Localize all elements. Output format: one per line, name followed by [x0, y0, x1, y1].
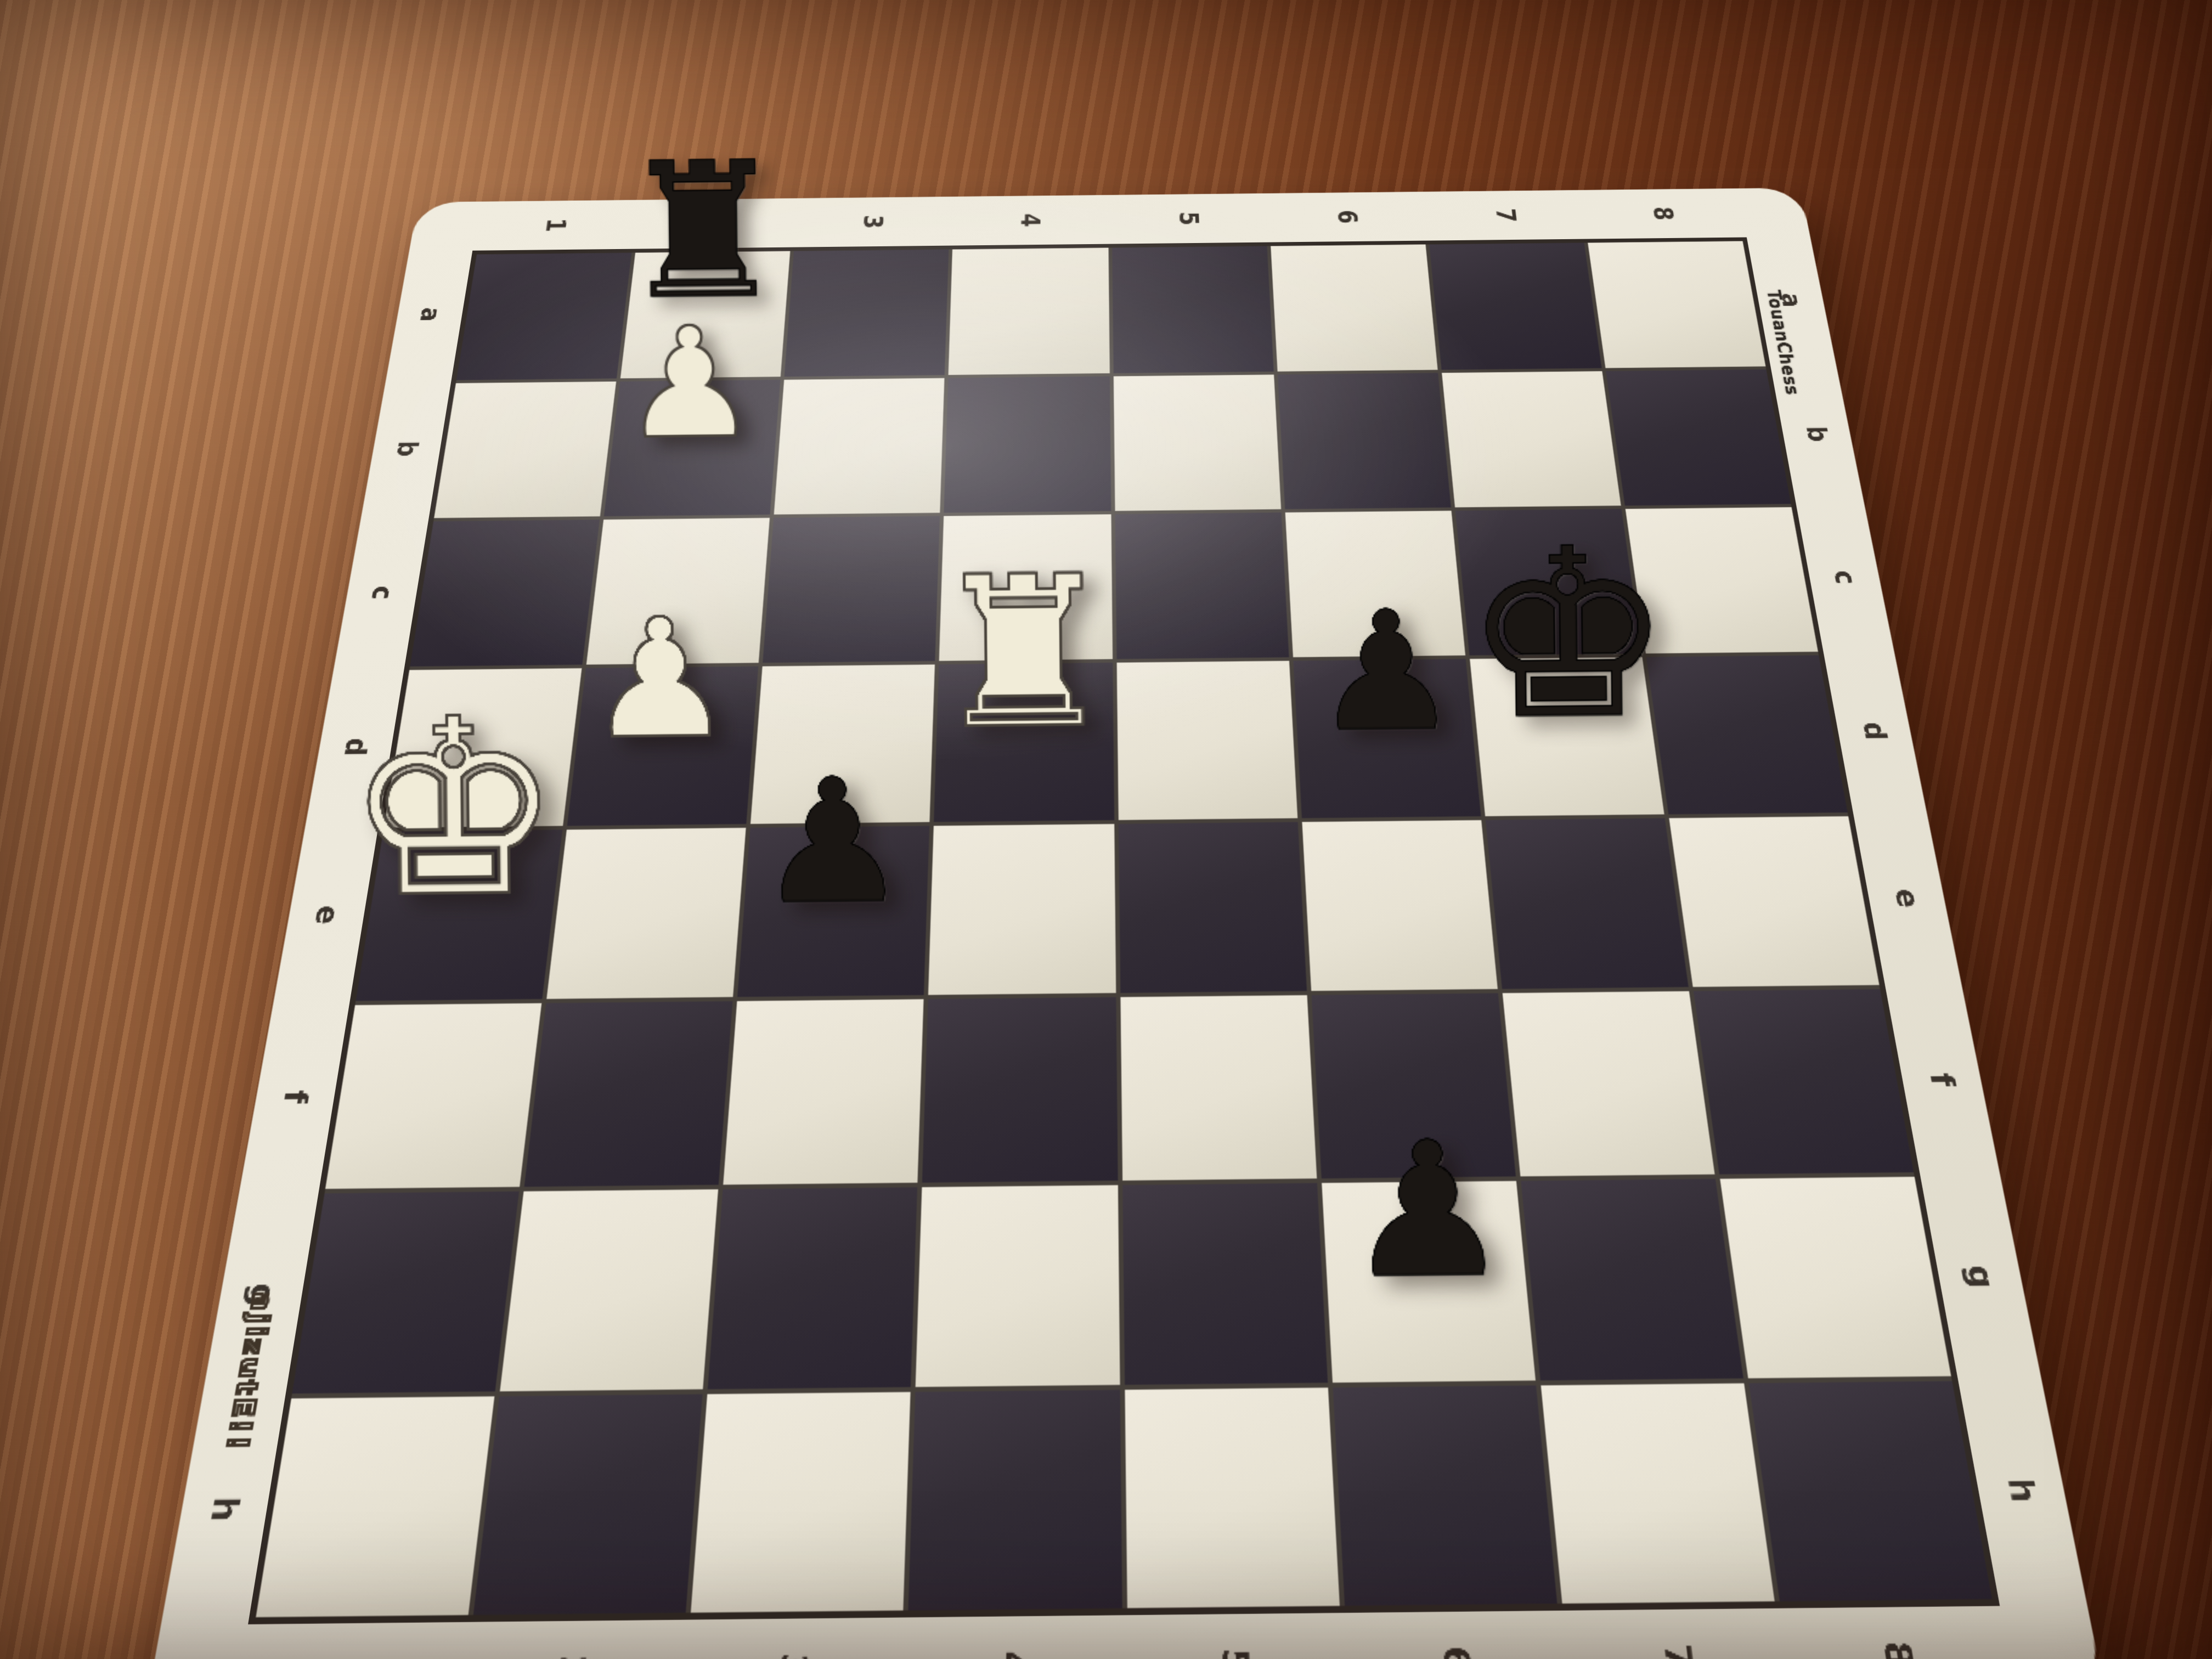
table-surface: 12345678 12345678 abcdefgh abcdefgh Toua… — [0, 0, 2212, 1659]
square-c2 — [586, 518, 770, 665]
square-a2 — [620, 251, 791, 379]
square-g5 — [1122, 1183, 1327, 1385]
square-f1 — [325, 1003, 542, 1189]
square-c7 — [1455, 509, 1641, 656]
square-h6 — [1332, 1385, 1556, 1606]
square-b3 — [774, 378, 945, 515]
vinyl-mat: 12345678 12345678 abcdefgh abcdefgh Toua… — [144, 188, 2107, 1659]
square-d2 — [567, 667, 759, 825]
square-e8 — [1669, 816, 1880, 986]
square-h3 — [691, 1392, 911, 1613]
square-a6 — [1270, 245, 1437, 372]
square-g6 — [1321, 1181, 1535, 1383]
square-b2 — [604, 380, 781, 516]
square-h2 — [473, 1394, 703, 1615]
square-h5 — [1124, 1387, 1339, 1608]
square-d6 — [1293, 659, 1480, 817]
square-d3 — [751, 665, 935, 823]
square-e2 — [547, 827, 747, 998]
square-b1 — [434, 382, 616, 518]
square-d1 — [384, 669, 582, 827]
square-a1 — [456, 253, 632, 380]
square-d4 — [934, 663, 1114, 821]
square-e3 — [738, 825, 930, 996]
square-a5 — [1111, 246, 1273, 374]
square-f3 — [724, 998, 924, 1184]
square-d8 — [1646, 656, 1848, 814]
square-a4 — [949, 248, 1109, 375]
square-f4 — [923, 997, 1118, 1182]
square-b7 — [1442, 371, 1621, 508]
square-h1 — [256, 1396, 494, 1617]
square-e7 — [1485, 817, 1688, 988]
square-a7 — [1429, 243, 1602, 370]
square-h7 — [1541, 1383, 1775, 1604]
square-d5 — [1116, 661, 1297, 819]
square-b6 — [1277, 373, 1451, 510]
square-g2 — [500, 1189, 719, 1391]
square-f7 — [1502, 991, 1714, 1176]
square-h4 — [909, 1390, 1122, 1610]
square-e1 — [356, 829, 563, 1000]
square-f8 — [1693, 989, 1914, 1174]
square-b8 — [1606, 370, 1791, 506]
chess-board: 12345678 12345678 abcdefgh abcdefgh Toua… — [144, 188, 2107, 1659]
square-f2 — [524, 1001, 733, 1187]
square-g1 — [292, 1191, 519, 1393]
playing-area — [248, 237, 2000, 1624]
square-c1 — [410, 520, 600, 667]
square-f5 — [1120, 995, 1316, 1180]
square-c4 — [940, 515, 1112, 662]
square-b4 — [944, 376, 1110, 513]
square-g7 — [1520, 1178, 1743, 1380]
square-e5 — [1118, 821, 1306, 992]
square-c5 — [1114, 513, 1288, 659]
square-c8 — [1625, 507, 1818, 654]
square-f6 — [1311, 992, 1516, 1178]
square-g3 — [708, 1187, 918, 1389]
square-c6 — [1285, 511, 1465, 657]
square-a3 — [785, 250, 949, 377]
square-e6 — [1301, 820, 1497, 991]
square-b5 — [1113, 375, 1281, 511]
square-d7 — [1470, 658, 1664, 816]
square-h8 — [1748, 1381, 1992, 1601]
square-e4 — [929, 823, 1115, 995]
square-a8 — [1588, 241, 1766, 368]
square-g8 — [1720, 1176, 1951, 1378]
brand-logo-bottom-left: ajizutE!! — [220, 1292, 279, 1453]
square-g4 — [916, 1185, 1119, 1387]
square-c3 — [763, 516, 940, 663]
